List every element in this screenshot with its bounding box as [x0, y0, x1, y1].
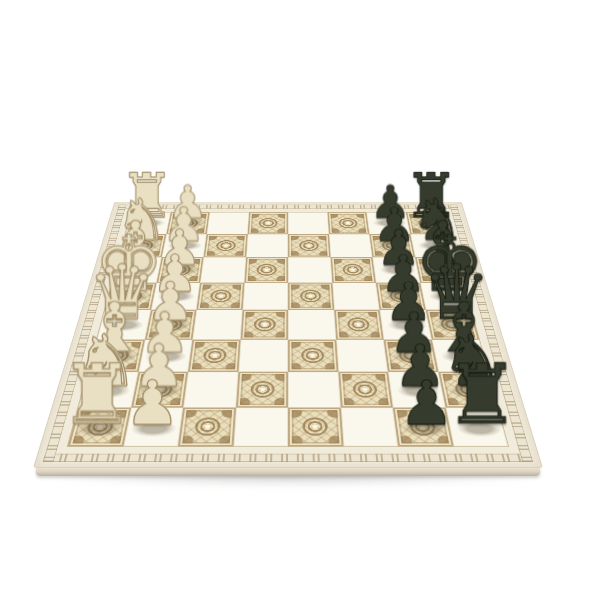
square-g7 — [369, 234, 414, 257]
square-g1 — [119, 234, 166, 257]
square-f5 — [288, 257, 332, 282]
square-e7 — [376, 282, 425, 309]
square-b4 — [236, 372, 288, 408]
square-a1 — [68, 407, 131, 446]
square-c4 — [238, 339, 288, 371]
square-b8 — [438, 372, 498, 408]
square-c7 — [384, 339, 438, 371]
square-h6 — [327, 212, 369, 234]
square-e2 — [151, 282, 200, 309]
square-c6 — [336, 339, 388, 371]
chessboard: ♜♟♜♟♞♟♞♟♝♟♝♟♚♟♚♟♛♟♛♟♝♟♝♟♞♟♞♟♜♟♜♟ — [33, 202, 543, 468]
square-b2 — [131, 372, 188, 408]
square-h8 — [406, 212, 451, 234]
square-h1 — [125, 212, 170, 234]
square-a2 — [123, 407, 183, 446]
square-h3 — [207, 212, 249, 234]
square-f4 — [244, 257, 288, 282]
square-h2 — [166, 212, 210, 234]
square-h5 — [288, 212, 329, 234]
square-h4 — [247, 212, 288, 234]
square-c1 — [88, 339, 145, 371]
square-d3 — [192, 310, 242, 340]
square-d5 — [288, 310, 336, 340]
square-a7 — [393, 407, 453, 446]
square-b7 — [388, 372, 445, 408]
square-a4 — [233, 407, 288, 446]
square-d1 — [97, 310, 151, 340]
square-h7 — [366, 212, 410, 234]
square-b1 — [78, 372, 138, 408]
board-grid — [67, 212, 510, 447]
square-c8 — [431, 339, 488, 371]
square-d8 — [425, 310, 479, 340]
square-e3 — [196, 282, 244, 309]
square-a5 — [288, 407, 343, 446]
square-f8 — [415, 257, 464, 282]
square-e5 — [288, 282, 334, 309]
square-b6 — [338, 372, 393, 408]
square-b3 — [183, 372, 238, 408]
square-c5 — [288, 339, 338, 371]
square-a6 — [340, 407, 398, 446]
square-g6 — [329, 234, 373, 257]
square-g4 — [246, 234, 288, 257]
square-c3 — [188, 339, 240, 371]
square-a3 — [178, 407, 236, 446]
square-g2 — [161, 234, 206, 257]
square-b5 — [288, 372, 340, 408]
square-a8 — [445, 407, 508, 446]
square-g5 — [288, 234, 330, 257]
square-e6 — [332, 282, 380, 309]
square-d7 — [380, 310, 432, 340]
square-f6 — [330, 257, 376, 282]
square-c2 — [138, 339, 192, 371]
square-g8 — [410, 234, 457, 257]
square-e8 — [420, 282, 471, 309]
square-f1 — [112, 257, 161, 282]
square-e4 — [242, 282, 288, 309]
square-g3 — [204, 234, 248, 257]
square-d6 — [334, 310, 384, 340]
product-photo-scene: ♜♟♜♟♞♟♞♟♝♟♝♟♚♟♚♟♛♟♛♟♝♟♝♟♞♟♞♟♜♟♜♟ — [0, 0, 600, 600]
square-f3 — [200, 257, 246, 282]
square-f2 — [156, 257, 203, 282]
square-e1 — [105, 282, 156, 309]
square-d4 — [240, 310, 288, 340]
square-f7 — [372, 257, 419, 282]
board-perspective-wrap: ♜♟♜♟♞♟♞♟♝♟♝♟♚♟♚♟♛♟♛♟♝♟♝♟♞♟♞♟♜♟♜♟ — [33, 0, 543, 468]
square-d2 — [145, 310, 197, 340]
